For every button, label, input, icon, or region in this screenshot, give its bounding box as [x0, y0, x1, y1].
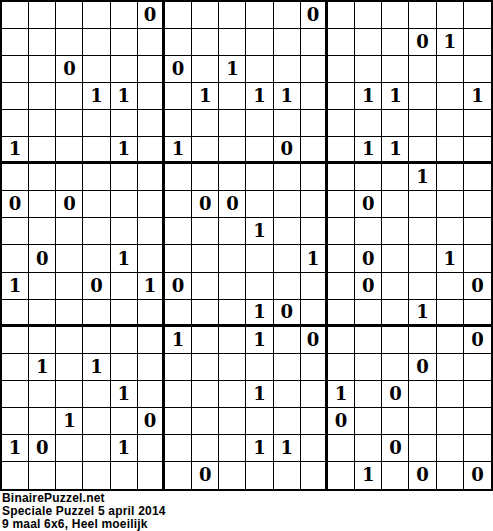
cell-r13c11[interactable] [274, 327, 301, 354]
cell-r7c14[interactable] [355, 164, 382, 191]
cell-r5c18[interactable] [464, 110, 491, 137]
cell-r10c16[interactable] [409, 245, 436, 272]
cell-r13c14[interactable] [355, 327, 382, 354]
cell-r18c6[interactable] [138, 462, 165, 489]
cell-r2c10[interactable] [246, 29, 273, 56]
cell-r5c15[interactable] [382, 110, 409, 137]
cell-r10c14: 0 [355, 245, 382, 272]
cell-r5c17[interactable] [437, 110, 464, 137]
cell-r6c2[interactable] [29, 137, 56, 164]
cell-r4c14: 1 [355, 83, 382, 110]
cell-r10c8[interactable] [192, 245, 219, 272]
cell-r16c5[interactable] [111, 408, 138, 435]
cell-r8c10[interactable] [246, 191, 273, 218]
cell-r13c7: 1 [165, 327, 192, 354]
cell-r5c5[interactable] [111, 110, 138, 137]
cell-r13c15[interactable] [382, 327, 409, 354]
cell-r15c5: 1 [111, 381, 138, 408]
cell-r2c5[interactable] [111, 29, 138, 56]
cell-r10c12: 1 [301, 245, 328, 272]
cell-r9c5[interactable] [111, 218, 138, 245]
cell-r14c12[interactable] [301, 354, 328, 381]
cell-r10c4[interactable] [83, 245, 110, 272]
cell-r2c4[interactable] [83, 29, 110, 56]
cell-r14c4: 1 [83, 354, 110, 381]
cell-r15c11[interactable] [274, 381, 301, 408]
cell-r9c2[interactable] [29, 218, 56, 245]
cell-r15c18[interactable] [464, 381, 491, 408]
cell-r9c1[interactable] [2, 218, 29, 245]
cell-r16c1[interactable] [2, 408, 29, 435]
cell-r7c2[interactable] [29, 164, 56, 191]
cell-r16c4[interactable] [83, 408, 110, 435]
cell-r5c2[interactable] [29, 110, 56, 137]
cell-r8c11[interactable] [274, 191, 301, 218]
cell-r8c12[interactable] [301, 191, 328, 218]
cell-r1c3[interactable] [56, 2, 83, 29]
cell-r11c18: 0 [464, 273, 491, 300]
cell-r1c9[interactable] [219, 2, 246, 29]
cell-r8c18[interactable] [464, 191, 491, 218]
cell-r4c16[interactable] [409, 83, 436, 110]
cell-r17c12[interactable] [301, 435, 328, 462]
cell-r11c5[interactable] [111, 273, 138, 300]
cell-r8c13[interactable] [328, 191, 355, 218]
cell-r12c2[interactable] [29, 300, 56, 327]
cell-r11c8[interactable] [192, 273, 219, 300]
cell-r17c6[interactable] [138, 435, 165, 462]
cell-r7c6[interactable] [138, 164, 165, 191]
cell-r7c12[interactable] [301, 164, 328, 191]
cell-r13c5[interactable] [111, 327, 138, 354]
cell-r2c7[interactable] [165, 29, 192, 56]
cell-r11c15[interactable] [382, 273, 409, 300]
cell-r12c5[interactable] [111, 300, 138, 327]
cell-r3c17[interactable] [437, 56, 464, 83]
cell-r18c12[interactable] [301, 462, 328, 489]
cell-r18c9[interactable] [219, 462, 246, 489]
cell-r18c3[interactable] [56, 462, 83, 489]
cell-r11c11[interactable] [274, 273, 301, 300]
cell-r4c3[interactable] [56, 83, 83, 110]
cell-r12c16: 1 [409, 300, 436, 327]
cell-r14c11[interactable] [274, 354, 301, 381]
cell-r9c14[interactable] [355, 218, 382, 245]
cell-r5c12[interactable] [301, 110, 328, 137]
cell-r9c18[interactable] [464, 218, 491, 245]
cell-r17c10: 1 [246, 435, 273, 462]
cell-r13c3[interactable] [56, 327, 83, 354]
cell-r9c17[interactable] [437, 218, 464, 245]
cell-r1c7[interactable] [165, 2, 192, 29]
cell-r16c2[interactable] [29, 408, 56, 435]
cell-r4c7[interactable] [165, 83, 192, 110]
cell-r12c14[interactable] [355, 300, 382, 327]
cell-r3c9: 1 [219, 56, 246, 83]
cell-r3c6[interactable] [138, 56, 165, 83]
cell-r8c9: 0 [219, 191, 246, 218]
cell-r10c17: 1 [437, 245, 464, 272]
cell-r5c7[interactable] [165, 110, 192, 137]
cell-r1c10[interactable] [246, 2, 273, 29]
cell-r1c6: 0 [138, 2, 165, 29]
cell-r7c13[interactable] [328, 164, 355, 191]
cell-r12c7[interactable] [165, 300, 192, 327]
cell-r11c6: 1 [138, 273, 165, 300]
cell-r13c4[interactable] [83, 327, 110, 354]
cell-r15c3[interactable] [56, 381, 83, 408]
cell-r2c6[interactable] [138, 29, 165, 56]
cell-r12c6[interactable] [138, 300, 165, 327]
cell-r4c12[interactable] [301, 83, 328, 110]
cell-r14c9[interactable] [219, 354, 246, 381]
cell-r5c13[interactable] [328, 110, 355, 137]
cell-r4c18: 1 [464, 83, 491, 110]
cell-r5c8[interactable] [192, 110, 219, 137]
cell-r17c8[interactable] [192, 435, 219, 462]
cell-r1c16[interactable] [409, 2, 436, 29]
cell-r7c4[interactable] [83, 164, 110, 191]
cell-r13c1[interactable] [2, 327, 29, 354]
cell-r6c12[interactable] [301, 137, 328, 164]
cell-r11c12[interactable] [301, 273, 328, 300]
cell-r7c16: 1 [409, 164, 436, 191]
cell-r2c13[interactable] [328, 29, 355, 56]
cell-r18c1[interactable] [2, 462, 29, 489]
cell-r16c14[interactable] [355, 408, 382, 435]
cell-r9c7[interactable] [165, 218, 192, 245]
cell-r7c11[interactable] [274, 164, 301, 191]
cell-r2c18[interactable] [464, 29, 491, 56]
cell-r5c4[interactable] [83, 110, 110, 137]
cell-r15c14[interactable] [355, 381, 382, 408]
cell-r3c14[interactable] [355, 56, 382, 83]
cell-r17c9[interactable] [219, 435, 246, 462]
cell-r13c16[interactable] [409, 327, 436, 354]
cell-r11c17[interactable] [437, 273, 464, 300]
cell-r3c18[interactable] [464, 56, 491, 83]
cell-r2c3[interactable] [56, 29, 83, 56]
cell-r9c4[interactable] [83, 218, 110, 245]
cell-r10c15[interactable] [382, 245, 409, 272]
cell-r8c15[interactable] [382, 191, 409, 218]
cell-r16c8[interactable] [192, 408, 219, 435]
cell-r14c3[interactable] [56, 354, 83, 381]
cell-r13c10: 1 [246, 327, 273, 354]
cell-r7c10[interactable] [246, 164, 273, 191]
cell-r7c18[interactable] [464, 164, 491, 191]
cell-r3c11[interactable] [274, 56, 301, 83]
cell-r14c13[interactable] [328, 354, 355, 381]
cell-r9c3[interactable] [56, 218, 83, 245]
cell-r4c6[interactable] [138, 83, 165, 110]
cell-r15c1[interactable] [2, 381, 29, 408]
cell-r17c14[interactable] [355, 435, 382, 462]
cell-r11c16[interactable] [409, 273, 436, 300]
cell-r1c11[interactable] [274, 2, 301, 29]
cell-r13c13[interactable] [328, 327, 355, 354]
cell-r14c7[interactable] [165, 354, 192, 381]
cell-r7c17[interactable] [437, 164, 464, 191]
cell-r12c1[interactable] [2, 300, 29, 327]
cell-r6c18[interactable] [464, 137, 491, 164]
cell-r16c16[interactable] [409, 408, 436, 435]
cell-r12c15[interactable] [382, 300, 409, 327]
cell-r3c5[interactable] [111, 56, 138, 83]
cell-r17c17[interactable] [437, 435, 464, 462]
cell-r5c9[interactable] [219, 110, 246, 137]
cell-r14c6[interactable] [138, 354, 165, 381]
cell-r7c1[interactable] [2, 164, 29, 191]
cell-r3c16[interactable] [409, 56, 436, 83]
cell-r2c1[interactable] [2, 29, 29, 56]
cell-r14c10[interactable] [246, 354, 273, 381]
cell-r6c4[interactable] [83, 137, 110, 164]
cell-r13c2[interactable] [29, 327, 56, 354]
cell-r16c6: 0 [138, 408, 165, 435]
cell-r18c2[interactable] [29, 462, 56, 489]
cell-r5c14[interactable] [355, 110, 382, 137]
cell-r6c10[interactable] [246, 137, 273, 164]
cell-r7c15[interactable] [382, 164, 409, 191]
cell-r18c8: 0 [192, 462, 219, 489]
cell-r16c10[interactable] [246, 408, 273, 435]
cell-r2c12[interactable] [301, 29, 328, 56]
cell-r12c13[interactable] [328, 300, 355, 327]
cell-r2c9[interactable] [219, 29, 246, 56]
cell-r18c10[interactable] [246, 462, 273, 489]
cell-r18c15[interactable] [382, 462, 409, 489]
cell-r9c9[interactable] [219, 218, 246, 245]
cell-r13c6[interactable] [138, 327, 165, 354]
cell-r17c3[interactable] [56, 435, 83, 462]
cell-r12c12[interactable] [301, 300, 328, 327]
cell-r13c17[interactable] [437, 327, 464, 354]
cell-r12c17[interactable] [437, 300, 464, 327]
cell-r3c8[interactable] [192, 56, 219, 83]
cell-r9c15[interactable] [382, 218, 409, 245]
cell-r7c7[interactable] [165, 164, 192, 191]
cell-r1c17[interactable] [437, 2, 464, 29]
cell-r14c14[interactable] [355, 354, 382, 381]
cell-r9c6[interactable] [138, 218, 165, 245]
cell-r6c6[interactable] [138, 137, 165, 164]
cell-r17c7[interactable] [165, 435, 192, 462]
cell-r9c11[interactable] [274, 218, 301, 245]
cell-r18c17[interactable] [437, 462, 464, 489]
cell-r9c8[interactable] [192, 218, 219, 245]
cell-r10c3[interactable] [56, 245, 83, 272]
cell-r15c15: 0 [382, 381, 409, 408]
cell-r6c9[interactable] [219, 137, 246, 164]
cell-r15c10: 1 [246, 381, 273, 408]
cell-r15c13: 1 [328, 381, 355, 408]
cell-r14c5[interactable] [111, 354, 138, 381]
cell-r15c2[interactable] [29, 381, 56, 408]
cell-r6c16[interactable] [409, 137, 436, 164]
cell-r9c13[interactable] [328, 218, 355, 245]
cell-r1c1[interactable] [2, 2, 29, 29]
cell-r6c14: 1 [355, 137, 382, 164]
cell-r12c3[interactable] [56, 300, 83, 327]
cell-r11c1: 1 [2, 273, 29, 300]
cell-r3c2[interactable] [29, 56, 56, 83]
cell-r10c9[interactable] [219, 245, 246, 272]
cell-r1c5[interactable] [111, 2, 138, 29]
cell-r11c13[interactable] [328, 273, 355, 300]
cell-r10c13[interactable] [328, 245, 355, 272]
cell-r4c10: 1 [246, 83, 273, 110]
cell-r1c18[interactable] [464, 2, 491, 29]
cell-r2c2[interactable] [29, 29, 56, 56]
cell-r3c1[interactable] [2, 56, 29, 83]
cell-r16c12[interactable] [301, 408, 328, 435]
cell-r7c9[interactable] [219, 164, 246, 191]
cell-r4c1[interactable] [2, 83, 29, 110]
cell-r2c8[interactable] [192, 29, 219, 56]
cell-r4c8: 1 [192, 83, 219, 110]
cell-r3c13[interactable] [328, 56, 355, 83]
cell-r12c9[interactable] [219, 300, 246, 327]
cell-r18c5[interactable] [111, 462, 138, 489]
cell-r14c15[interactable] [382, 354, 409, 381]
cell-r8c16[interactable] [409, 191, 436, 218]
cell-r12c8[interactable] [192, 300, 219, 327]
cell-r15c16[interactable] [409, 381, 436, 408]
cell-r3c4[interactable] [83, 56, 110, 83]
cell-r2c15[interactable] [382, 29, 409, 56]
cell-r7c8[interactable] [192, 164, 219, 191]
cell-r3c12[interactable] [301, 56, 328, 83]
cell-r13c12: 0 [301, 327, 328, 354]
cell-r8c5[interactable] [111, 191, 138, 218]
cell-r8c7[interactable] [165, 191, 192, 218]
cell-r8c17[interactable] [437, 191, 464, 218]
cell-r18c13[interactable] [328, 462, 355, 489]
cell-r14c18[interactable] [464, 354, 491, 381]
cell-r9c12[interactable] [301, 218, 328, 245]
cell-r17c4[interactable] [83, 435, 110, 462]
cell-r12c4[interactable] [83, 300, 110, 327]
cell-r7c3[interactable] [56, 164, 83, 191]
cell-r8c4[interactable] [83, 191, 110, 218]
cell-r11c2[interactable] [29, 273, 56, 300]
cell-r5c1[interactable] [2, 110, 29, 137]
cell-r17c16[interactable] [409, 435, 436, 462]
board: 0001001111111111110111000001011011010001… [0, 0, 493, 491]
cell-r15c4[interactable] [83, 381, 110, 408]
cell-r8c2[interactable] [29, 191, 56, 218]
cell-r18c7[interactable] [165, 462, 192, 489]
cell-r10c6[interactable] [138, 245, 165, 272]
cell-r4c17[interactable] [437, 83, 464, 110]
cell-r15c8[interactable] [192, 381, 219, 408]
cell-r7c5[interactable] [111, 164, 138, 191]
cell-r10c11[interactable] [274, 245, 301, 272]
cell-r1c15[interactable] [382, 2, 409, 29]
cell-r1c13[interactable] [328, 2, 355, 29]
cell-r8c3: 0 [56, 191, 83, 218]
cell-r11c9[interactable] [219, 273, 246, 300]
cell-r6c11: 0 [274, 137, 301, 164]
cell-r1c4[interactable] [83, 2, 110, 29]
cell-r13c18: 0 [464, 327, 491, 354]
cell-r4c13[interactable] [328, 83, 355, 110]
cell-r11c10[interactable] [246, 273, 273, 300]
cell-r16c11[interactable] [274, 408, 301, 435]
cell-r10c10[interactable] [246, 245, 273, 272]
cell-r15c12[interactable] [301, 381, 328, 408]
cell-r1c14[interactable] [355, 2, 382, 29]
cell-r14c8[interactable] [192, 354, 219, 381]
cell-r8c14: 0 [355, 191, 382, 218]
cell-r13c8[interactable] [192, 327, 219, 354]
cell-r10c18[interactable] [464, 245, 491, 272]
cell-r17c5: 1 [111, 435, 138, 462]
cell-r15c7[interactable] [165, 381, 192, 408]
cell-r3c15[interactable] [382, 56, 409, 83]
cell-r8c6[interactable] [138, 191, 165, 218]
cell-r15c17[interactable] [437, 381, 464, 408]
cell-r14c2: 1 [29, 354, 56, 381]
cell-r16c17[interactable] [437, 408, 464, 435]
cell-r4c15: 1 [382, 83, 409, 110]
cell-r5c10[interactable] [246, 110, 273, 137]
cell-r2c16: 0 [409, 29, 436, 56]
cell-r5c6[interactable] [138, 110, 165, 137]
cell-r16c18[interactable] [464, 408, 491, 435]
cell-r17c15: 0 [382, 435, 409, 462]
cell-r17c2: 0 [29, 435, 56, 462]
cell-r3c10[interactable] [246, 56, 273, 83]
cell-r13c9[interactable] [219, 327, 246, 354]
cell-r16c7[interactable] [165, 408, 192, 435]
cell-r16c9[interactable] [219, 408, 246, 435]
cell-r10c1[interactable] [2, 245, 29, 272]
cell-r2c11[interactable] [274, 29, 301, 56]
cell-r11c3[interactable] [56, 273, 83, 300]
cell-r16c15[interactable] [382, 408, 409, 435]
cell-r15c9[interactable] [219, 381, 246, 408]
footer: BinairePuzzel.net Speciale Puzzel 5 apri… [0, 491, 493, 531]
cell-r5c11[interactable] [274, 110, 301, 137]
cell-r4c2[interactable] [29, 83, 56, 110]
cell-r6c13[interactable] [328, 137, 355, 164]
cell-r1c8[interactable] [192, 2, 219, 29]
cell-r18c4[interactable] [83, 462, 110, 489]
cell-r17c1: 1 [2, 435, 29, 462]
cell-r17c13[interactable] [328, 435, 355, 462]
cell-r4c9[interactable] [219, 83, 246, 110]
cell-r15c6[interactable] [138, 381, 165, 408]
cell-r12c18[interactable] [464, 300, 491, 327]
cell-r3c7: 0 [165, 56, 192, 83]
cell-r9c16[interactable] [409, 218, 436, 245]
cell-r5c16[interactable] [409, 110, 436, 137]
cell-r2c14[interactable] [355, 29, 382, 56]
cell-r14c17[interactable] [437, 354, 464, 381]
cell-r6c3[interactable] [56, 137, 83, 164]
cell-r6c17[interactable] [437, 137, 464, 164]
cell-r14c1[interactable] [2, 354, 29, 381]
cell-r5c3[interactable] [56, 110, 83, 137]
cell-r17c18[interactable] [464, 435, 491, 462]
cell-r10c7[interactable] [165, 245, 192, 272]
cell-r1c2[interactable] [29, 2, 56, 29]
cell-r6c8[interactable] [192, 137, 219, 164]
cell-r12c10: 1 [246, 300, 273, 327]
cell-r18c11[interactable] [274, 462, 301, 489]
